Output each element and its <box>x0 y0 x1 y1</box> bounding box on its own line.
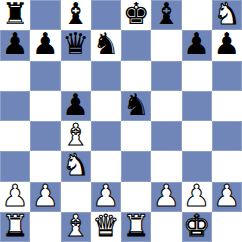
square-b1[interactable] <box>30 212 60 242</box>
white-pawn-piece: ♟ <box>92 182 119 211</box>
white-pawn-piece: ♟ <box>32 182 59 211</box>
white-pawn-piece: ♟ <box>153 182 180 211</box>
black-rook-piece: ♜ <box>2 0 29 29</box>
square-g4[interactable] <box>182 121 212 151</box>
square-b2[interactable]: ♟ <box>30 182 60 212</box>
black-king-piece: ♚ <box>123 0 150 29</box>
square-a6[interactable] <box>0 61 30 91</box>
square-h7[interactable]: ♟ <box>212 30 242 60</box>
square-c3[interactable]: ♞ <box>61 151 91 181</box>
black-bishop-piece: ♝ <box>62 0 89 29</box>
square-c1[interactable]: ♝ <box>61 212 91 242</box>
black-pawn-piece: ♟ <box>62 91 89 120</box>
chess-board: ♜♝♚♝♞♟♟♛♞♟♟♟♞♝♞♟♟♟♟♟♟♜♝♛♜♚ <box>0 0 242 242</box>
square-e7[interactable] <box>121 30 151 60</box>
square-e6[interactable] <box>121 61 151 91</box>
square-e1[interactable]: ♜ <box>121 212 151 242</box>
square-a1[interactable]: ♜ <box>0 212 30 242</box>
square-f4[interactable] <box>151 121 181 151</box>
white-knight-piece: ♞ <box>213 0 240 29</box>
square-c2[interactable] <box>61 182 91 212</box>
square-d2[interactable]: ♟ <box>91 182 121 212</box>
black-pawn-piece: ♟ <box>183 30 210 59</box>
square-f6[interactable] <box>151 61 181 91</box>
white-pawn-piece: ♟ <box>213 182 240 211</box>
square-c5[interactable]: ♟ <box>61 91 91 121</box>
square-g7[interactable]: ♟ <box>182 30 212 60</box>
white-pawn-piece: ♟ <box>2 182 29 211</box>
square-c6[interactable] <box>61 61 91 91</box>
square-b5[interactable] <box>30 91 60 121</box>
square-g5[interactable] <box>182 91 212 121</box>
square-e2[interactable] <box>121 182 151 212</box>
square-e5[interactable]: ♞ <box>121 91 151 121</box>
square-d5[interactable] <box>91 91 121 121</box>
square-a8[interactable]: ♜ <box>0 0 30 30</box>
square-e4[interactable] <box>121 121 151 151</box>
square-h2[interactable]: ♟ <box>212 182 242 212</box>
white-rook-piece: ♜ <box>2 212 29 241</box>
square-f1[interactable] <box>151 212 181 242</box>
square-c7[interactable]: ♛ <box>61 30 91 60</box>
square-e3[interactable] <box>121 151 151 181</box>
square-d8[interactable] <box>91 0 121 30</box>
square-f7[interactable] <box>151 30 181 60</box>
square-e8[interactable]: ♚ <box>121 0 151 30</box>
black-knight-piece: ♞ <box>92 30 119 59</box>
white-queen-piece: ♛ <box>92 212 119 241</box>
square-b3[interactable] <box>30 151 60 181</box>
square-c8[interactable]: ♝ <box>61 0 91 30</box>
black-pawn-piece: ♟ <box>2 30 29 59</box>
square-f8[interactable]: ♝ <box>151 0 181 30</box>
square-g2[interactable]: ♟ <box>182 182 212 212</box>
square-b8[interactable] <box>30 0 60 30</box>
square-h6[interactable] <box>212 61 242 91</box>
white-bishop-piece: ♝ <box>62 121 89 150</box>
black-bishop-piece: ♝ <box>153 0 180 29</box>
square-f2[interactable]: ♟ <box>151 182 181 212</box>
black-pawn-piece: ♟ <box>32 30 59 59</box>
square-d6[interactable] <box>91 61 121 91</box>
square-f3[interactable] <box>151 151 181 181</box>
square-g1[interactable]: ♚ <box>182 212 212 242</box>
square-g8[interactable] <box>182 0 212 30</box>
white-knight-piece: ♞ <box>62 151 89 180</box>
square-a7[interactable]: ♟ <box>0 30 30 60</box>
square-d4[interactable] <box>91 121 121 151</box>
white-bishop-piece: ♝ <box>62 212 89 241</box>
white-king-piece: ♚ <box>183 212 210 241</box>
square-d1[interactable]: ♛ <box>91 212 121 242</box>
square-b6[interactable] <box>30 61 60 91</box>
square-h3[interactable] <box>212 151 242 181</box>
square-d7[interactable]: ♞ <box>91 30 121 60</box>
white-rook-piece: ♜ <box>123 212 150 241</box>
square-h5[interactable] <box>212 91 242 121</box>
square-h4[interactable] <box>212 121 242 151</box>
square-a2[interactable]: ♟ <box>0 182 30 212</box>
black-queen-piece: ♛ <box>62 30 89 59</box>
black-pawn-piece: ♟ <box>213 30 240 59</box>
square-a4[interactable] <box>0 121 30 151</box>
square-f5[interactable] <box>151 91 181 121</box>
square-g6[interactable] <box>182 61 212 91</box>
square-b7[interactable]: ♟ <box>30 30 60 60</box>
square-a5[interactable] <box>0 91 30 121</box>
square-c4[interactable]: ♝ <box>61 121 91 151</box>
white-pawn-piece: ♟ <box>183 182 210 211</box>
square-b4[interactable] <box>30 121 60 151</box>
square-h8[interactable]: ♞ <box>212 0 242 30</box>
square-d3[interactable] <box>91 151 121 181</box>
square-g3[interactable] <box>182 151 212 181</box>
square-h1[interactable] <box>212 212 242 242</box>
square-a3[interactable] <box>0 151 30 181</box>
black-knight-piece: ♞ <box>123 91 150 120</box>
